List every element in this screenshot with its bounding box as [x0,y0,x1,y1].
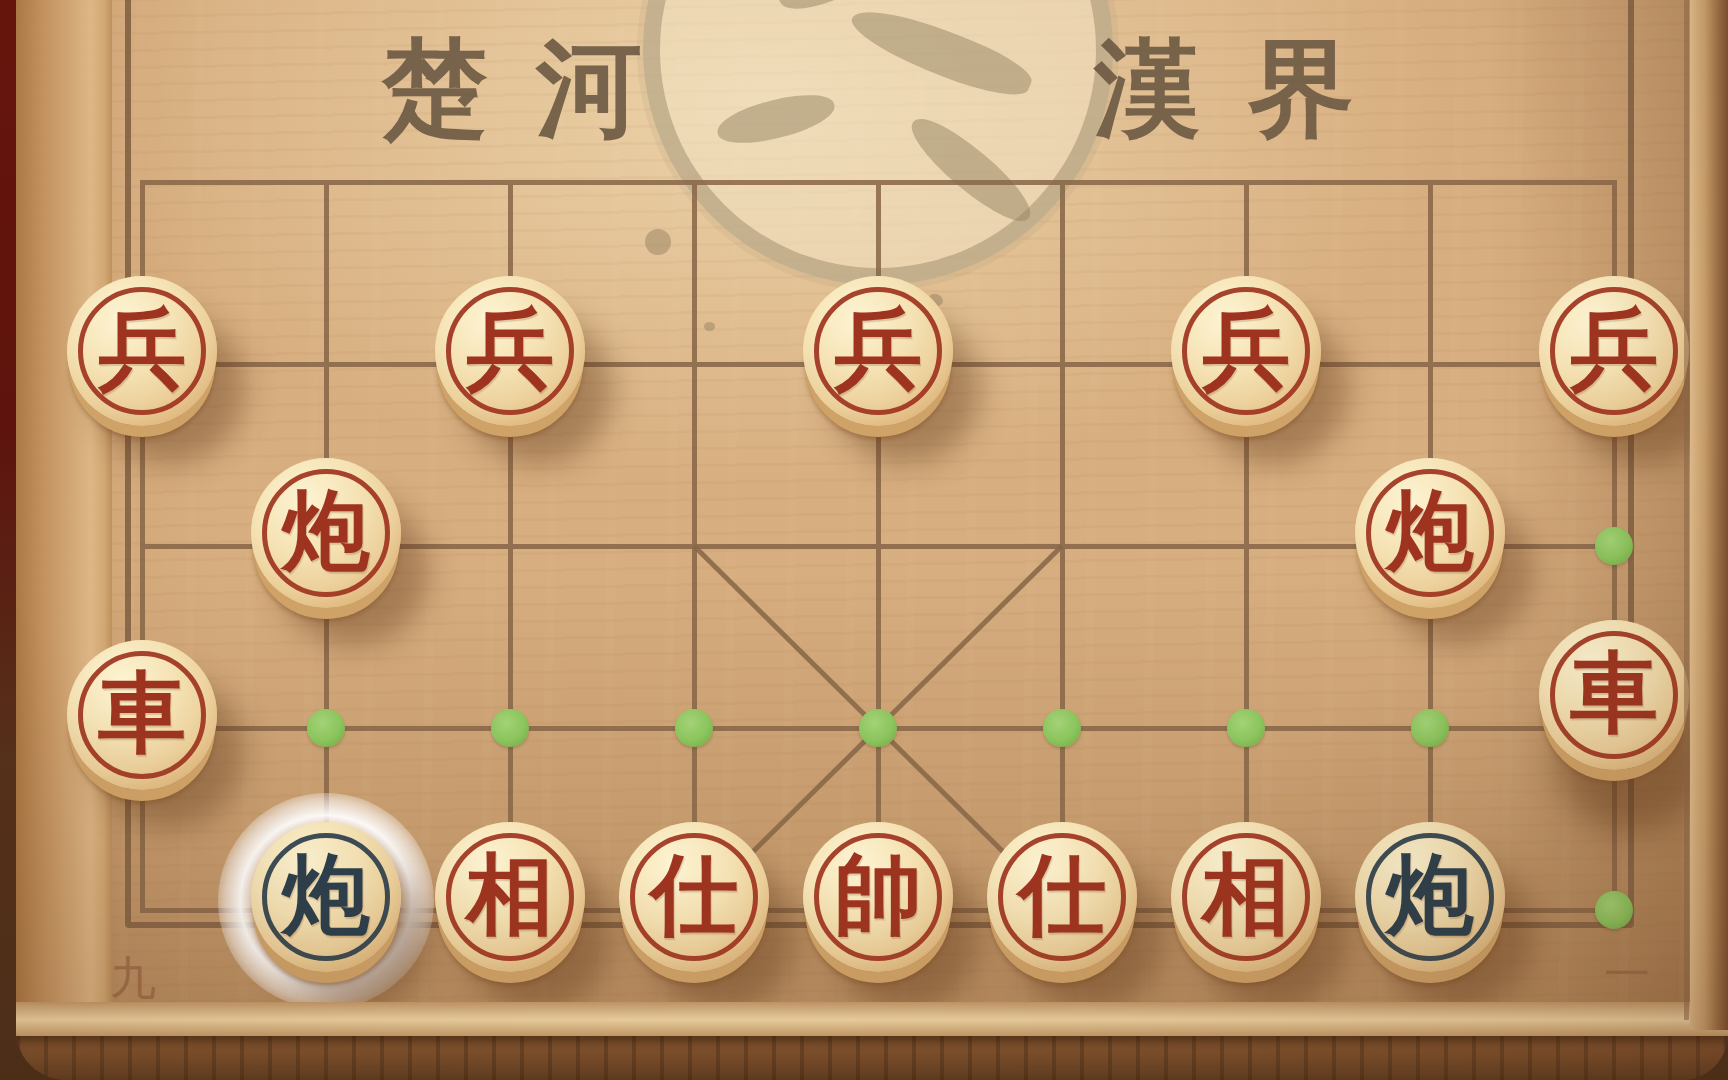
piece-glyph: 相 [466,851,554,939]
piece-glyph: 兵 [98,305,186,393]
board-frame-right-bevel [1690,0,1728,1030]
piece-red-soldier[interactable]: 兵 [67,276,217,426]
piece-glyph: 炮 [1386,851,1474,939]
grid-cell [881,549,1065,731]
piece-glyph: 車 [98,669,186,757]
piece-red-soldier[interactable]: 兵 [435,276,585,426]
piece-red-chariot[interactable]: 車 [1539,620,1689,770]
board-frame-left-bevel [16,0,112,1036]
piece-red-elephant[interactable]: 相 [1171,822,1321,972]
piece-red-soldier[interactable]: 兵 [803,276,953,426]
piece-red-advisor[interactable]: 仕 [987,822,1137,972]
piece-glyph: 兵 [1570,305,1658,393]
grid-cell [513,549,697,731]
piece-black-cannon[interactable]: 炮 [251,822,401,972]
piece-glyph: 帥 [834,851,922,939]
board-frame-bottom-face [16,1036,1728,1080]
piece-red-cannon[interactable]: 炮 [251,458,401,608]
piece-red-elephant[interactable]: 相 [435,822,585,972]
board-frame-right-groove [1684,0,1689,1020]
move-hint-dot[interactable] [491,709,529,747]
board-frame-bottom-bevel [16,1002,1728,1036]
piece-glyph: 車 [1570,649,1658,737]
piece-glyph: 仕 [1018,851,1106,939]
piece-red-chariot[interactable]: 車 [67,640,217,790]
piece-red-soldier[interactable]: 兵 [1171,276,1321,426]
piece-glyph: 相 [1202,851,1290,939]
piece-black-cannon[interactable]: 炮 [1355,822,1505,972]
move-hint-dot[interactable] [859,709,897,747]
move-hint-dot[interactable] [1043,709,1081,747]
piece-red-advisor[interactable]: 仕 [619,822,769,972]
xiangqi-board[interactable]: 楚河 漢界 九 一 兵兵兵兵兵炮炮車車炮相仕帥仕相炮 [16,0,1728,1080]
move-hint-dot[interactable] [1595,527,1633,565]
piece-red-cannon[interactable]: 炮 [1355,458,1505,608]
move-hint-dot[interactable] [307,709,345,747]
move-hint-dot[interactable] [1595,891,1633,929]
piece-glyph: 炮 [282,851,370,939]
piece-glyph: 兵 [466,305,554,393]
grid-cell [1065,549,1249,731]
file-label-one: 一 [1604,944,1650,1006]
file-label-nine: 九 [110,948,156,1010]
move-hint-dot[interactable] [1227,709,1265,747]
piece-red-soldier[interactable]: 兵 [1539,276,1689,426]
piece-glyph: 炮 [1386,487,1474,575]
piece-glyph: 仕 [650,851,738,939]
piece-red-general[interactable]: 帥 [803,822,953,972]
xiangqi-game-screen: 楚河 漢界 九 一 兵兵兵兵兵炮炮車車炮相仕帥仕相炮 [0,0,1728,1080]
piece-glyph: 炮 [282,487,370,575]
piece-glyph: 兵 [834,305,922,393]
move-hint-dot[interactable] [1411,709,1449,747]
move-hint-dot[interactable] [675,709,713,747]
piece-glyph: 兵 [1202,305,1290,393]
